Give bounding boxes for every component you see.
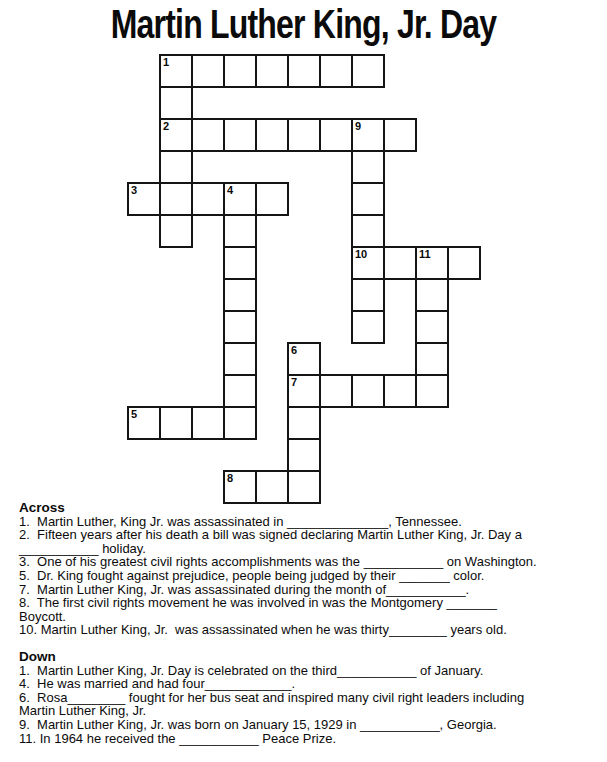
- grid-cell-r4c7[interactable]: [351, 182, 385, 216]
- grid-cell-r7c3[interactable]: [223, 278, 257, 312]
- grid-cell-r0c2[interactable]: [191, 54, 225, 88]
- clue-number-9: 9: [355, 121, 361, 132]
- grid-cell-r0c6[interactable]: [319, 54, 353, 88]
- across-section: Across 1. Martin Luther, King Jr. was as…: [19, 501, 605, 637]
- across-clue-line-5: 5. Dr. King fought against prejudice, pe…: [19, 569, 605, 583]
- clue-number-11: 11: [419, 249, 431, 260]
- clue-number-10: 10: [355, 249, 367, 260]
- grid-cell-r6c9[interactable]: 11: [415, 246, 449, 280]
- grid-cell-r6c7[interactable]: 10: [351, 246, 385, 280]
- grid-cell-r5c7[interactable]: [351, 214, 385, 248]
- grid-cell-r0c1[interactable]: 1: [159, 54, 193, 88]
- clue-number-6: 6: [291, 345, 297, 356]
- grid-cell-r13c4[interactable]: [255, 470, 289, 504]
- grid-cell-r8c9[interactable]: [415, 310, 449, 344]
- grid-cell-r3c7[interactable]: [351, 150, 385, 184]
- grid-cell-r2c4[interactable]: [255, 118, 289, 152]
- grid-cell-r11c2[interactable]: [191, 406, 225, 440]
- grid-cell-r2c2[interactable]: [191, 118, 225, 152]
- grid-cell-r9c9[interactable]: [415, 342, 449, 376]
- grid-cell-r6c10[interactable]: [447, 246, 481, 280]
- grid-cell-r2c6[interactable]: [319, 118, 353, 152]
- grid-cell-r0c3[interactable]: [223, 54, 257, 88]
- worksheet-page: Martin Luther King, Jr. Day 129341011675…: [0, 0, 607, 762]
- across-clue-line-1: 1. Martin Luther, King Jr. was assassina…: [19, 515, 605, 529]
- page-title: Martin Luther King, Jr. Day: [61, 1, 547, 47]
- grid-cell-r3c1[interactable]: [159, 150, 193, 184]
- grid-cell-r8c3[interactable]: [223, 310, 257, 344]
- clue-number-1: 1: [163, 57, 169, 68]
- grid-cell-r2c3[interactable]: [223, 118, 257, 152]
- grid-cell-r9c3[interactable]: [223, 342, 257, 376]
- across-clue-line-8: Boycott.: [19, 610, 605, 624]
- grid-cell-r6c8[interactable]: [383, 246, 417, 280]
- grid-cell-r11c1[interactable]: [159, 406, 193, 440]
- down-clue-line-1: 1. Martin Luther King, Jr. Day is celebr…: [19, 664, 605, 678]
- grid-cell-r5c3[interactable]: [223, 214, 257, 248]
- grid-cell-r11c5[interactable]: [287, 406, 321, 440]
- down-clue-line-2: 4. He was married and had four__________…: [19, 677, 605, 691]
- grid-cell-r10c7[interactable]: [351, 374, 385, 408]
- grid-cell-r4c4[interactable]: [255, 182, 289, 216]
- across-clue-line-4: 3. One of his greatest civil rights acco…: [19, 555, 605, 569]
- grid-cell-r8c7[interactable]: [351, 310, 385, 344]
- across-clue-line-2: 2. Fifteen years after his death a bill …: [19, 528, 605, 542]
- grid-cell-r10c9[interactable]: [415, 374, 449, 408]
- down-clue-line-6: 11. In 1964 he received the ___________ …: [19, 732, 605, 746]
- grid-cell-r4c2[interactable]: [191, 182, 225, 216]
- grid-cell-r11c3[interactable]: [223, 406, 257, 440]
- grid-cell-r2c5[interactable]: [287, 118, 321, 152]
- across-clue-line-7: 8. The first civil rights movement he wa…: [19, 596, 605, 610]
- down-clue-line-4: Martin Luther King, Jr.: [19, 704, 605, 718]
- grid-cell-r0c4[interactable]: [255, 54, 289, 88]
- clue-number-2: 2: [163, 121, 169, 132]
- grid-cell-r0c7[interactable]: [351, 54, 385, 88]
- grid-cell-r2c1[interactable]: 2: [159, 118, 193, 152]
- across-clue-list: 1. Martin Luther, King Jr. was assassina…: [19, 515, 605, 637]
- grid-cell-r10c5[interactable]: 7: [287, 374, 321, 408]
- grid-cell-r4c1[interactable]: [159, 182, 193, 216]
- grid-cell-r2c8[interactable]: [383, 118, 417, 152]
- clue-number-7: 7: [291, 377, 297, 388]
- clue-number-3: 3: [131, 185, 137, 196]
- grid-cell-r1c1[interactable]: [159, 86, 193, 120]
- grid-cell-r13c5[interactable]: [287, 470, 321, 504]
- across-clue-line-3: ___________ holiday.: [19, 542, 605, 556]
- grid-cell-r4c3[interactable]: 4: [223, 182, 257, 216]
- across-clue-line-9: 10. Martin Luther King, Jr. was assassin…: [19, 623, 605, 637]
- grid-cell-r10c8[interactable]: [383, 374, 417, 408]
- clues-section: Across 1. Martin Luther, King Jr. was as…: [19, 501, 605, 745]
- grid-cell-r12c5[interactable]: [287, 438, 321, 472]
- crossword-grid: 1293410116758: [128, 55, 483, 506]
- clue-number-5: 5: [131, 409, 137, 420]
- down-clue-list: 1. Martin Luther King, Jr. Day is celebr…: [19, 664, 605, 746]
- grid-cell-r6c3[interactable]: [223, 246, 257, 280]
- grid-cell-r7c9[interactable]: [415, 278, 449, 312]
- clue-number-4: 4: [227, 185, 233, 196]
- grid-cell-r7c7[interactable]: [351, 278, 385, 312]
- clue-number-8: 8: [227, 473, 233, 484]
- down-header: Down: [19, 650, 605, 664]
- grid-cell-r10c6[interactable]: [319, 374, 353, 408]
- grid-cell-r5c1[interactable]: [159, 214, 193, 248]
- grid-cell-r11c0[interactable]: 5: [127, 406, 161, 440]
- grid-cell-r4c0[interactable]: 3: [127, 182, 161, 216]
- grid-cell-r0c5[interactable]: [287, 54, 321, 88]
- across-clue-line-6: 7. Martin Luther King, Jr. was assassina…: [19, 583, 605, 597]
- across-header: Across: [19, 501, 605, 515]
- down-section: Down 1. Martin Luther King, Jr. Day is c…: [19, 650, 605, 745]
- down-clue-line-3: 6. Rosa________ fought for her bus seat …: [19, 691, 605, 705]
- grid-cell-r10c3[interactable]: [223, 374, 257, 408]
- grid-cell-r13c3[interactable]: 8: [223, 470, 257, 504]
- grid-cell-r9c5[interactable]: 6: [287, 342, 321, 376]
- grid-cell-r2c7[interactable]: 9: [351, 118, 385, 152]
- down-clue-line-5: 9. Martin Luther King, Jr. was born on J…: [19, 718, 605, 732]
